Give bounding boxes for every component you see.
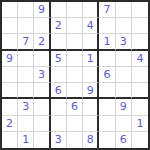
cell-r8c1[interactable]: 2 xyxy=(2,116,18,132)
cell-r9c6[interactable]: 8 xyxy=(83,132,99,148)
cell-r2c9[interactable] xyxy=(132,18,148,34)
cell-r5c2[interactable] xyxy=(18,67,34,83)
cell-r6c3[interactable] xyxy=(34,83,50,99)
cell-r9c5[interactable] xyxy=(67,132,83,148)
cell-r2c1[interactable] xyxy=(2,18,18,34)
cell-r7c9[interactable] xyxy=(132,99,148,115)
cell-r4c6[interactable]: 1 xyxy=(83,51,99,67)
cell-r3c4[interactable] xyxy=(51,34,67,50)
cell-r5c9[interactable] xyxy=(132,67,148,83)
cell-r1c1[interactable] xyxy=(2,2,18,18)
cell-r8c8[interactable] xyxy=(116,116,132,132)
cell-r2c2[interactable] xyxy=(18,18,34,34)
cell-r9c7[interactable] xyxy=(99,132,115,148)
cell-r9c4[interactable]: 3 xyxy=(51,132,67,148)
cell-r6c6[interactable]: 9 xyxy=(83,83,99,99)
cell-r8c4[interactable] xyxy=(51,116,67,132)
cell-r3c3[interactable]: 2 xyxy=(34,34,50,50)
cell-r2c7[interactable] xyxy=(99,18,115,34)
cell-r9c1[interactable] xyxy=(2,132,18,148)
cell-r7c6[interactable] xyxy=(83,99,99,115)
cell-r9c9[interactable] xyxy=(132,132,148,148)
cell-r8c6[interactable] xyxy=(83,116,99,132)
cell-r1c7[interactable]: 7 xyxy=(99,2,115,18)
cell-r4c4[interactable]: 5 xyxy=(51,51,67,67)
cell-r7c1[interactable] xyxy=(2,99,18,115)
cell-r3c2[interactable]: 7 xyxy=(18,34,34,50)
cell-r6c2[interactable] xyxy=(18,83,34,99)
cell-r1c4[interactable] xyxy=(51,2,67,18)
cell-r1c5[interactable] xyxy=(67,2,83,18)
cell-r3c8[interactable]: 3 xyxy=(116,34,132,50)
cell-r2c6[interactable]: 4 xyxy=(83,18,99,34)
cell-r6c7[interactable] xyxy=(99,83,115,99)
cell-r8c2[interactable] xyxy=(18,116,34,132)
cell-r2c4[interactable]: 2 xyxy=(51,18,67,34)
cell-r3c1[interactable] xyxy=(2,34,18,50)
cell-r3c5[interactable] xyxy=(67,34,83,50)
cell-r2c5[interactable] xyxy=(67,18,83,34)
cell-r9c8[interactable]: 6 xyxy=(116,132,132,148)
cell-r5c7[interactable]: 6 xyxy=(99,67,115,83)
cell-r1c9[interactable] xyxy=(132,2,148,18)
cell-r1c6[interactable] xyxy=(83,2,99,18)
cell-r8c9[interactable]: 1 xyxy=(132,116,148,132)
cell-r7c3[interactable] xyxy=(34,99,50,115)
cell-r5c4[interactable] xyxy=(51,67,67,83)
cell-r4c1[interactable]: 9 xyxy=(2,51,18,67)
cell-r1c3[interactable]: 9 xyxy=(34,2,50,18)
cell-r9c3[interactable] xyxy=(34,132,50,148)
cell-r6c8[interactable] xyxy=(116,83,132,99)
cell-r8c3[interactable] xyxy=(34,116,50,132)
cell-r4c3[interactable] xyxy=(34,51,50,67)
cell-r6c1[interactable] xyxy=(2,83,18,99)
cell-r6c4[interactable]: 6 xyxy=(51,83,67,99)
cell-r3c6[interactable] xyxy=(83,34,99,50)
cell-r4c5[interactable] xyxy=(67,51,83,67)
cell-r1c2[interactable] xyxy=(18,2,34,18)
cell-r4c2[interactable] xyxy=(18,51,34,67)
cell-r4c8[interactable] xyxy=(116,51,132,67)
cell-r5c3[interactable]: 3 xyxy=(34,67,50,83)
cell-r4c7[interactable] xyxy=(99,51,115,67)
cell-r3c7[interactable]: 1 xyxy=(99,34,115,50)
cell-r5c8[interactable] xyxy=(116,67,132,83)
cell-r5c6[interactable] xyxy=(83,67,99,83)
cell-r7c2[interactable]: 3 xyxy=(18,99,34,115)
cell-r9c2[interactable]: 1 xyxy=(18,132,34,148)
cell-r4c9[interactable]: 4 xyxy=(132,51,148,67)
cell-r5c5[interactable] xyxy=(67,67,83,83)
cell-r7c4[interactable] xyxy=(51,99,67,115)
cell-r6c9[interactable] xyxy=(132,83,148,99)
cell-r1c8[interactable] xyxy=(116,2,132,18)
cell-r2c3[interactable] xyxy=(34,18,50,34)
cell-r7c8[interactable]: 9 xyxy=(116,99,132,115)
cell-r3c9[interactable] xyxy=(132,34,148,50)
cell-r6c5[interactable] xyxy=(67,83,83,99)
cell-r5c1[interactable] xyxy=(2,67,18,83)
sudoku-board: 9724721395143669369211386 xyxy=(0,0,150,150)
cell-r2c8[interactable] xyxy=(116,18,132,34)
cell-r8c7[interactable] xyxy=(99,116,115,132)
cell-r7c7[interactable] xyxy=(99,99,115,115)
cell-r8c5[interactable] xyxy=(67,116,83,132)
cell-r7c5[interactable]: 6 xyxy=(67,99,83,115)
